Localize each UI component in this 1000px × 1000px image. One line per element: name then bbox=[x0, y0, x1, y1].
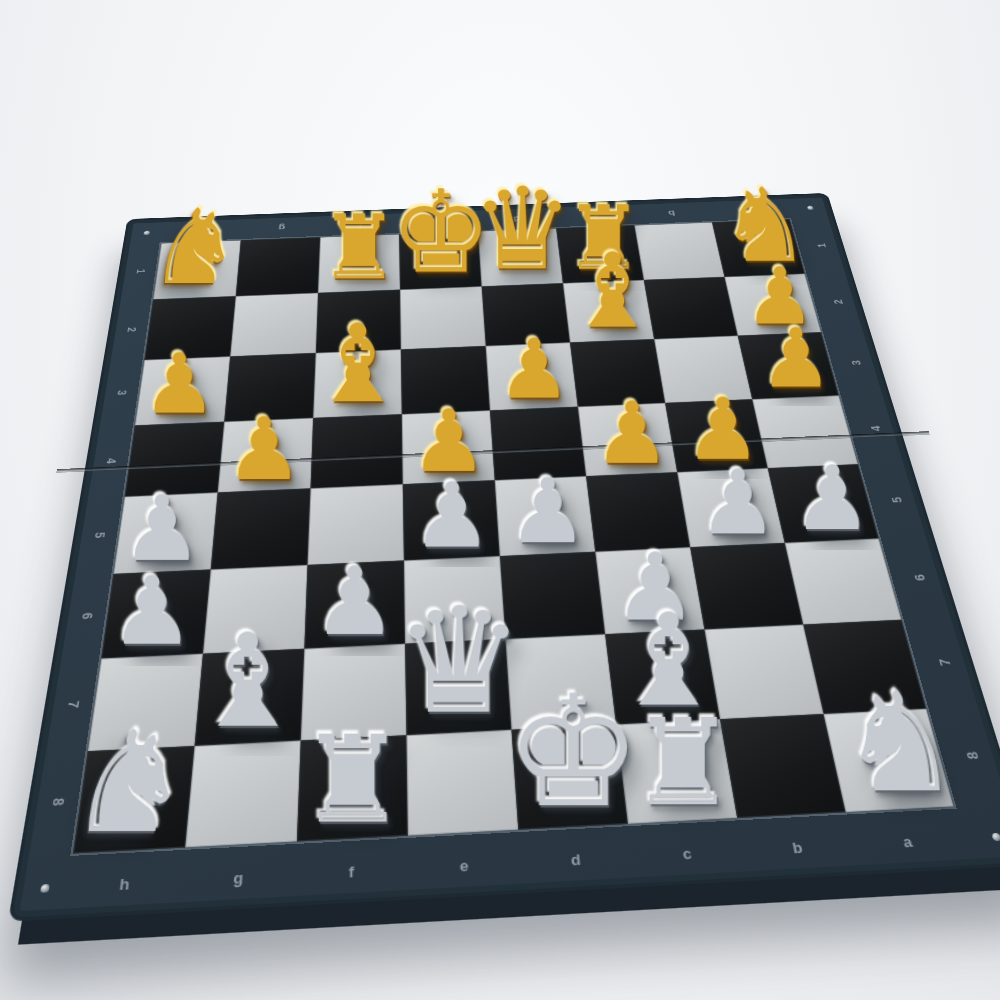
silver-bishop-g7[interactable]: ♝ bbox=[190, 616, 305, 745]
silver-pawn-b5[interactable]: ♟ bbox=[698, 458, 778, 547]
square-d8[interactable]: ♚ bbox=[512, 725, 629, 830]
square-c4[interactable]: ♟ bbox=[578, 403, 677, 476]
frame-screw-icon bbox=[40, 884, 50, 893]
square-h8[interactable]: ♞ bbox=[73, 746, 195, 854]
square-g8[interactable] bbox=[185, 741, 301, 848]
silver-pawn-d5[interactable]: ♟ bbox=[508, 466, 588, 556]
rank-labels-left-2: 2 bbox=[88, 318, 176, 342]
square-g7[interactable]: ♝ bbox=[195, 649, 305, 746]
silver-rook-c8[interactable]: ♜ bbox=[629, 704, 736, 824]
square-f3[interactable]: ♝ bbox=[313, 350, 402, 418]
square-e7[interactable]: ♛ bbox=[405, 639, 511, 735]
square-d3[interactable]: ♟ bbox=[486, 343, 578, 411]
file-labels-near-f: f bbox=[295, 850, 409, 894]
file-labels-near-g: g bbox=[180, 856, 296, 900]
gold-bishop-f3[interactable]: ♝ bbox=[309, 310, 406, 418]
file-labels-far-a: a bbox=[708, 200, 789, 221]
square-g4[interactable]: ♟ bbox=[218, 418, 313, 493]
rank-labels-left-1: 1 bbox=[99, 260, 183, 283]
gold-pawn-d3[interactable]: ♟ bbox=[497, 328, 571, 410]
square-g5[interactable] bbox=[211, 488, 311, 569]
file-labels-near-c: c bbox=[630, 832, 746, 875]
square-e1[interactable]: ♚ bbox=[399, 231, 481, 290]
square-a6[interactable] bbox=[785, 539, 902, 625]
square-f1[interactable]: ♜ bbox=[318, 234, 400, 293]
silver-pawn-e5[interactable]: ♟ bbox=[412, 470, 492, 560]
gold-pawn-g4[interactable]: ♟ bbox=[225, 406, 302, 492]
file-labels-near-a: a bbox=[849, 820, 968, 863]
rank-labels-right-3: 3 bbox=[810, 350, 901, 376]
square-g1[interactable] bbox=[236, 237, 320, 296]
square-a8[interactable]: ♞ bbox=[824, 709, 954, 813]
photo-scene: hgfedcba hgfedcba 12345678 12345678 ♞♜♚♛… bbox=[0, 0, 1000, 1000]
square-e2[interactable] bbox=[400, 286, 486, 349]
rank-labels-left-3: 3 bbox=[76, 380, 167, 406]
silver-knight-a8[interactable]: ♞ bbox=[839, 674, 963, 812]
frame-screw-icon bbox=[991, 833, 1000, 841]
board-grid: ♞♜♚♛♜♞♝♟♟♝♟♟♟♟♟♟♟♟♟♟♟♟♟♟♝♛♝♞♜♚♜♞ bbox=[73, 219, 954, 853]
file-labels-near-e: e bbox=[408, 844, 522, 888]
silver-pawn-a5[interactable]: ♟ bbox=[792, 454, 872, 543]
square-a5[interactable]: ♟ bbox=[768, 464, 879, 543]
gold-knight-h1[interactable]: ♞ bbox=[148, 195, 241, 299]
gold-pawn-c4[interactable]: ♟ bbox=[594, 390, 671, 476]
rank-labels-right-1: 1 bbox=[779, 234, 863, 256]
file-labels-near-h: h bbox=[65, 862, 184, 907]
silver-rook-f8[interactable]: ♜ bbox=[298, 720, 406, 841]
silver-king-d8[interactable]: ♚ bbox=[505, 676, 643, 829]
chess-board-frame: hgfedcba hgfedcba 12345678 12345678 ♞♜♚♛… bbox=[12, 195, 1000, 918]
file-labels-far-d: d bbox=[477, 209, 557, 230]
silver-pawn-h6[interactable]: ♟ bbox=[110, 563, 195, 658]
square-e8[interactable] bbox=[406, 730, 518, 836]
file-labels-far-c: c bbox=[554, 206, 634, 227]
file-labels-far-h: h bbox=[161, 220, 242, 242]
rank-labels-right-2: 2 bbox=[794, 290, 882, 314]
silver-knight-h8[interactable]: ♞ bbox=[66, 712, 192, 853]
square-f4[interactable] bbox=[311, 414, 403, 488]
square-f6[interactable]: ♟ bbox=[304, 561, 405, 649]
square-f8[interactable]: ♜ bbox=[297, 735, 408, 841]
file-labels-far-e: e bbox=[399, 212, 478, 233]
file-labels-near-b: b bbox=[740, 826, 858, 869]
square-c2[interactable]: ♝ bbox=[563, 280, 654, 343]
rank-labels-left-4: 4 bbox=[64, 447, 159, 476]
file-labels-far-g: g bbox=[241, 218, 321, 239]
gold-bishop-c2[interactable]: ♝ bbox=[566, 239, 658, 342]
square-g2[interactable] bbox=[230, 293, 318, 357]
file-labels-far-f: f bbox=[320, 215, 399, 236]
square-e5[interactable]: ♟ bbox=[403, 480, 500, 560]
file-labels-far-b: b bbox=[631, 203, 712, 224]
silver-pawn-f6[interactable]: ♟ bbox=[313, 554, 397, 648]
rank-labels-right-4: 4 bbox=[828, 414, 923, 442]
square-d5[interactable]: ♟ bbox=[495, 476, 596, 556]
file-labels-near-d: d bbox=[519, 838, 634, 882]
